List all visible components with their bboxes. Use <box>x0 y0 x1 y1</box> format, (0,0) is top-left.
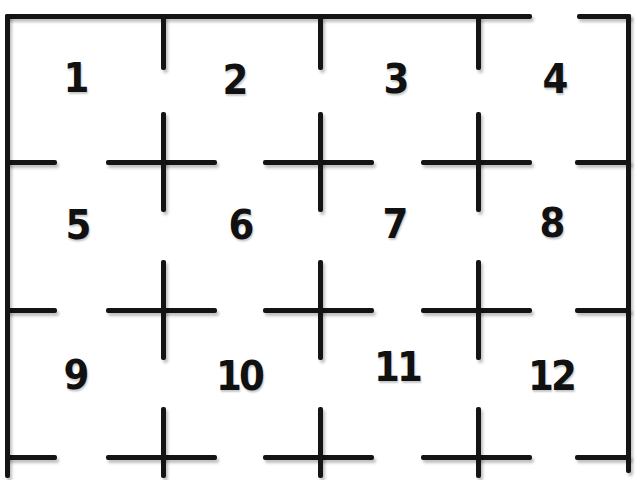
room-number-1: 1 <box>63 58 86 98</box>
wall-segment-vertical <box>476 112 481 212</box>
wall-segment-horizontal <box>577 14 631 19</box>
wall-segment-horizontal <box>575 455 631 460</box>
wall-segment-vertical <box>5 14 10 478</box>
rooms-diagram: 123456789101112 <box>0 0 640 480</box>
room-number-12: 12 <box>528 356 574 396</box>
wall-segment-horizontal <box>5 160 57 165</box>
room-number-11: 11 <box>374 347 420 387</box>
room-number-9: 9 <box>63 355 86 395</box>
wall-segment-vertical <box>161 407 166 478</box>
wall-segment-vertical <box>318 16 323 70</box>
wall-segment-vertical <box>318 407 323 478</box>
wall-segment-vertical <box>476 407 481 478</box>
wall-segment-vertical <box>318 112 323 212</box>
room-number-8: 8 <box>539 203 562 243</box>
wall-segment-vertical <box>161 16 166 70</box>
room-number-2: 2 <box>222 60 245 100</box>
room-number-10: 10 <box>216 356 262 396</box>
wall-segment-vertical <box>626 14 631 473</box>
room-number-3: 3 <box>383 59 406 99</box>
room-number-5: 5 <box>65 205 88 245</box>
wall-segment-horizontal <box>575 308 631 313</box>
room-number-7: 7 <box>382 204 405 244</box>
wall-segment-vertical <box>161 260 166 360</box>
wall-segment-horizontal <box>5 455 57 460</box>
room-number-6: 6 <box>228 205 251 245</box>
wall-segment-vertical <box>476 260 481 360</box>
wall-segment-vertical <box>318 260 323 360</box>
wall-segment-vertical <box>161 112 166 212</box>
room-number-4: 4 <box>542 59 565 99</box>
wall-segment-horizontal <box>575 160 631 165</box>
wall-segment-horizontal <box>5 14 532 19</box>
wall-segment-horizontal <box>5 308 57 313</box>
wall-segment-vertical <box>476 16 481 70</box>
